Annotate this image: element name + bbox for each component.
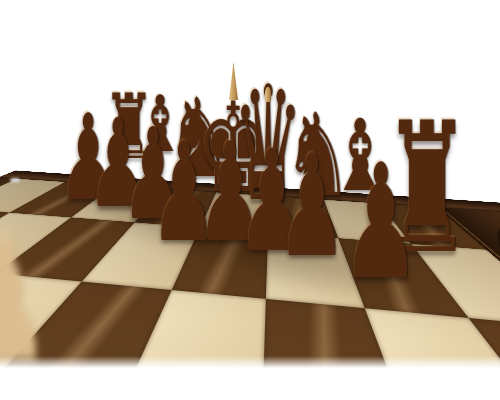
piece-dark-pawn-h7[interactable]: ♟: [342, 144, 421, 302]
chess-set-photo: ♜♝♞♚♛♞♝♜♟♟♟♟♟♟♟♟♟: [0, 0, 500, 400]
hinge-glint: [10, 178, 20, 182]
pieces-layer: ♜♝♞♚♛♞♝♜♟♟♟♟♟♟♟♟♟: [0, 0, 500, 400]
photo-white-fade: [0, 356, 500, 400]
piece-dark-pawn-g7[interactable]: ♟: [277, 136, 347, 276]
queen-tip: [265, 87, 271, 102]
